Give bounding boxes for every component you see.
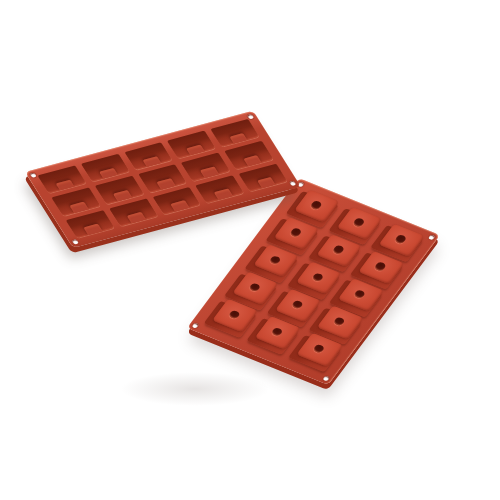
core-center-hole xyxy=(353,289,367,299)
silicone-mold-flipped-core-side xyxy=(187,178,440,385)
core-center-hole xyxy=(309,200,322,210)
cavity-center-post xyxy=(243,155,262,167)
core-center-hole xyxy=(333,316,347,326)
photo-canvas xyxy=(0,0,500,500)
cavity-center-post xyxy=(200,166,219,178)
core-center-hole xyxy=(312,344,326,354)
core-center-hole xyxy=(311,272,325,282)
cavity-center-post xyxy=(70,201,89,213)
cavity-center-post xyxy=(156,178,175,190)
cavity xyxy=(195,175,244,203)
core-center-hole xyxy=(228,310,241,320)
silicone-mold-cavity-side xyxy=(25,111,301,248)
core-center-hole xyxy=(289,227,302,237)
cavity xyxy=(152,187,201,215)
cavity-grid xyxy=(25,111,301,248)
core-grid xyxy=(187,178,440,385)
cavity-center-post xyxy=(127,212,146,224)
cavity xyxy=(181,153,230,181)
core-center-hole xyxy=(352,217,366,227)
cavity-center-post xyxy=(170,200,189,212)
core-center-hole xyxy=(268,255,281,265)
core-center-hole xyxy=(248,282,261,292)
cavity xyxy=(51,188,100,216)
mold-core xyxy=(289,335,342,372)
cavity xyxy=(109,198,158,226)
cavity xyxy=(95,176,144,204)
cavity-center-post xyxy=(214,189,233,201)
mold-core xyxy=(204,301,257,338)
cavity-center-post xyxy=(229,133,248,145)
cavity-center-post xyxy=(142,156,161,168)
core-center-hole xyxy=(374,262,388,272)
cavity xyxy=(225,141,274,169)
cavity-center-post xyxy=(257,177,276,189)
cavity-center-post xyxy=(99,168,118,180)
floor-shadow xyxy=(120,372,270,406)
core-center-hole xyxy=(270,327,284,337)
mold-core xyxy=(246,318,299,355)
cavity-center-post xyxy=(56,179,75,191)
core-center-hole xyxy=(394,234,408,244)
cavity-center-post xyxy=(186,144,205,156)
core-top-face xyxy=(336,206,382,239)
core-center-hole xyxy=(290,299,304,309)
cavity xyxy=(65,210,114,238)
cavity xyxy=(138,164,187,192)
cavity-center-post xyxy=(113,190,132,202)
core-top-face xyxy=(294,189,340,222)
core-top-face xyxy=(379,223,425,256)
cavity xyxy=(239,163,288,191)
cavity-center-post xyxy=(84,224,103,236)
core-center-hole xyxy=(331,244,345,254)
